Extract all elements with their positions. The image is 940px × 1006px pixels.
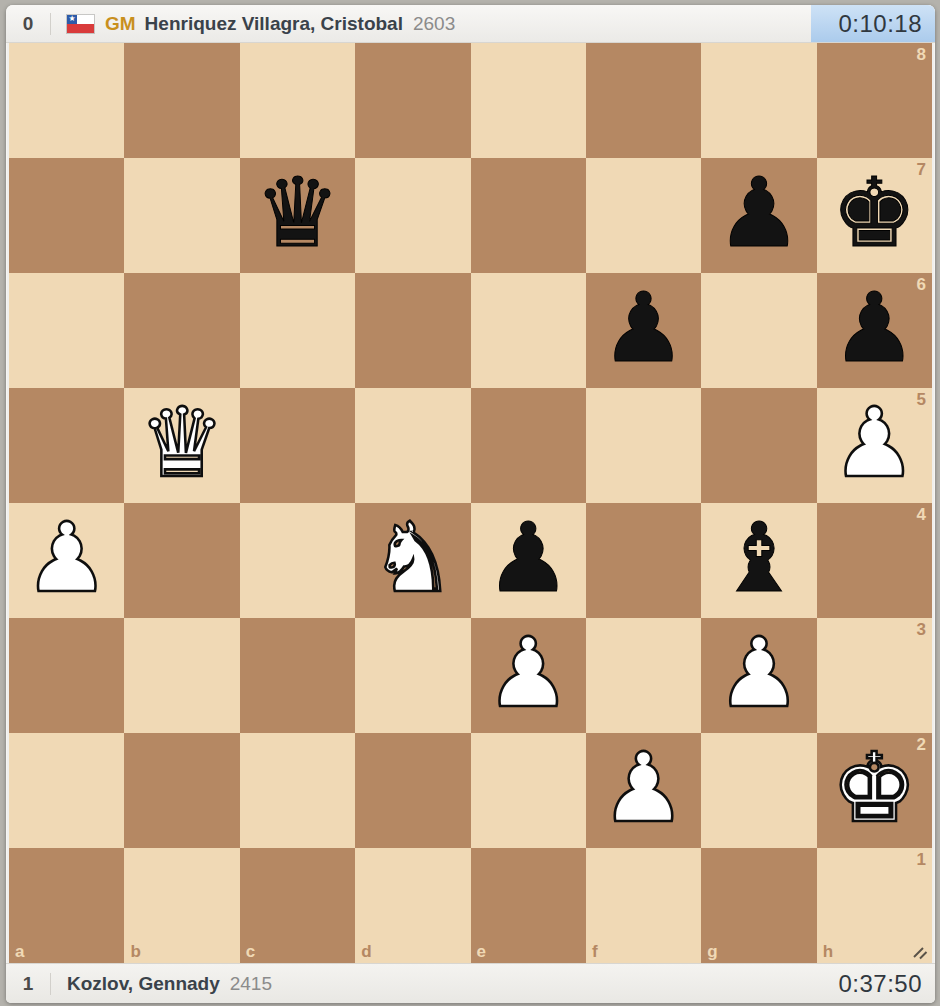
square-a2[interactable] bbox=[9, 733, 124, 848]
rank-label-2: 2 bbox=[917, 736, 926, 753]
square-b1[interactable]: b bbox=[124, 848, 239, 963]
square-g5[interactable] bbox=[701, 388, 816, 503]
piece-white-pawn: ♟ bbox=[601, 740, 687, 836]
square-e8[interactable] bbox=[471, 43, 586, 158]
square-f2[interactable]: ♟ bbox=[586, 733, 701, 848]
square-f8[interactable] bbox=[586, 43, 701, 158]
board-panel: 0 ★ GM Henriquez Villagra, Cristobal 260… bbox=[6, 5, 935, 1003]
square-c5[interactable] bbox=[240, 388, 355, 503]
square-d6[interactable] bbox=[355, 273, 470, 388]
chile-flag-icon: ★ bbox=[67, 15, 94, 33]
square-g6[interactable] bbox=[701, 273, 816, 388]
square-b4[interactable] bbox=[124, 503, 239, 618]
rank-label-5: 5 bbox=[917, 391, 926, 408]
square-d1[interactable]: d bbox=[355, 848, 470, 963]
file-label-e: e bbox=[477, 943, 486, 960]
square-a7[interactable] bbox=[9, 158, 124, 273]
square-c3[interactable] bbox=[240, 618, 355, 733]
square-b2[interactable] bbox=[124, 733, 239, 848]
piece-black-pawn: ♟ bbox=[716, 165, 802, 261]
square-h2[interactable]: ♚2 bbox=[817, 733, 932, 848]
square-a3[interactable] bbox=[9, 618, 124, 733]
top-player-score: 0 bbox=[6, 13, 50, 35]
piece-white-knight: ♞ bbox=[370, 510, 456, 606]
piece-white-pawn: ♟ bbox=[831, 395, 917, 491]
file-label-c: c bbox=[246, 943, 255, 960]
file-label-b: b bbox=[130, 943, 140, 960]
rank-label-1: 1 bbox=[917, 851, 926, 868]
file-label-f: f bbox=[592, 943, 598, 960]
square-c2[interactable] bbox=[240, 733, 355, 848]
square-f5[interactable] bbox=[586, 388, 701, 503]
square-d4[interactable]: ♞ bbox=[355, 503, 470, 618]
top-player-name: Henriquez Villagra, Cristobal bbox=[145, 13, 403, 35]
rank-label-3: 3 bbox=[917, 621, 926, 638]
file-label-d: d bbox=[361, 943, 371, 960]
rank-label-6: 6 bbox=[917, 276, 926, 293]
piece-black-pawn: ♟ bbox=[831, 280, 917, 376]
piece-white-pawn: ♟ bbox=[716, 625, 802, 721]
square-g3[interactable]: ♟ bbox=[701, 618, 816, 733]
top-player-title: GM bbox=[105, 13, 136, 35]
rank-label-7: 7 bbox=[917, 161, 926, 178]
square-c1[interactable]: c bbox=[240, 848, 355, 963]
square-d8[interactable] bbox=[355, 43, 470, 158]
rank-label-4: 4 bbox=[917, 506, 926, 523]
square-f7[interactable] bbox=[586, 158, 701, 273]
square-g8[interactable] bbox=[701, 43, 816, 158]
square-a4[interactable]: ♟ bbox=[9, 503, 124, 618]
square-g4[interactable]: ♝ bbox=[701, 503, 816, 618]
square-f6[interactable]: ♟ bbox=[586, 273, 701, 388]
file-label-a: a bbox=[15, 943, 24, 960]
square-a5[interactable] bbox=[9, 388, 124, 503]
square-a1[interactable]: a bbox=[9, 848, 124, 963]
square-d5[interactable] bbox=[355, 388, 470, 503]
square-e2[interactable] bbox=[471, 733, 586, 848]
top-player-bar: 0 ★ GM Henriquez Villagra, Cristobal 260… bbox=[6, 5, 935, 43]
file-label-g: g bbox=[707, 943, 717, 960]
square-f1[interactable]: f bbox=[586, 848, 701, 963]
bottom-player-bar: 1 Kozlov, Gennady 2415 0:37:50 bbox=[6, 963, 935, 1003]
square-b5[interactable]: ♛ bbox=[124, 388, 239, 503]
square-a8[interactable] bbox=[9, 43, 124, 158]
bottom-player-name: Kozlov, Gennady bbox=[67, 973, 220, 995]
square-b7[interactable] bbox=[124, 158, 239, 273]
piece-white-queen: ♛ bbox=[139, 395, 225, 491]
square-e4[interactable]: ♟ bbox=[471, 503, 586, 618]
square-b8[interactable] bbox=[124, 43, 239, 158]
square-d7[interactable] bbox=[355, 158, 470, 273]
bottom-player-rating: 2415 bbox=[230, 973, 272, 995]
square-d3[interactable] bbox=[355, 618, 470, 733]
square-g1[interactable]: g bbox=[701, 848, 816, 963]
square-h7[interactable]: ♚7 bbox=[817, 158, 932, 273]
rank-label-8: 8 bbox=[917, 46, 926, 63]
bar-separator bbox=[50, 973, 51, 995]
square-a6[interactable] bbox=[9, 273, 124, 388]
square-b3[interactable] bbox=[124, 618, 239, 733]
piece-white-pawn: ♟ bbox=[485, 625, 571, 721]
square-d2[interactable] bbox=[355, 733, 470, 848]
game-window: 0 ★ GM Henriquez Villagra, Cristobal 260… bbox=[0, 0, 940, 1006]
square-e5[interactable] bbox=[471, 388, 586, 503]
square-h6[interactable]: ♟6 bbox=[817, 273, 932, 388]
piece-black-pawn: ♟ bbox=[601, 280, 687, 376]
piece-black-bishop: ♝ bbox=[716, 510, 802, 606]
square-c7[interactable]: ♛ bbox=[240, 158, 355, 273]
top-player-clock: 0:10:18 bbox=[811, 5, 935, 42]
square-e7[interactable] bbox=[471, 158, 586, 273]
square-h3[interactable]: 3 bbox=[817, 618, 932, 733]
bottom-player-clock: 0:37:50 bbox=[811, 964, 935, 1003]
square-e6[interactable] bbox=[471, 273, 586, 388]
piece-black-king: ♚ bbox=[831, 165, 917, 261]
square-g7[interactable]: ♟ bbox=[701, 158, 816, 273]
top-player-rating: 2603 bbox=[413, 13, 455, 35]
piece-white-pawn: ♟ bbox=[24, 510, 110, 606]
piece-black-pawn: ♟ bbox=[485, 510, 571, 606]
square-c6[interactable] bbox=[240, 273, 355, 388]
square-h5[interactable]: ♟5 bbox=[817, 388, 932, 503]
resize-handle-icon[interactable] bbox=[911, 943, 928, 960]
square-e1[interactable]: e bbox=[471, 848, 586, 963]
square-f4[interactable] bbox=[586, 503, 701, 618]
square-g2[interactable] bbox=[701, 733, 816, 848]
piece-black-queen: ♛ bbox=[254, 165, 340, 261]
square-h8[interactable]: 8 bbox=[817, 43, 932, 158]
square-f3[interactable] bbox=[586, 618, 701, 733]
square-b6[interactable] bbox=[124, 273, 239, 388]
piece-white-king: ♚ bbox=[831, 740, 917, 836]
square-c4[interactable] bbox=[240, 503, 355, 618]
bottom-player-score: 1 bbox=[6, 973, 50, 995]
chess-board[interactable]: 8♛♟♚7♟♟6♛♟5♟♞♟♝4♟♟3♟♚2abcdefg1h bbox=[9, 43, 932, 963]
bar-separator bbox=[50, 13, 51, 35]
flag-star-icon: ★ bbox=[67, 15, 77, 24]
square-h4[interactable]: 4 bbox=[817, 503, 932, 618]
file-label-h: h bbox=[823, 943, 833, 960]
square-e3[interactable]: ♟ bbox=[471, 618, 586, 733]
square-c8[interactable] bbox=[240, 43, 355, 158]
